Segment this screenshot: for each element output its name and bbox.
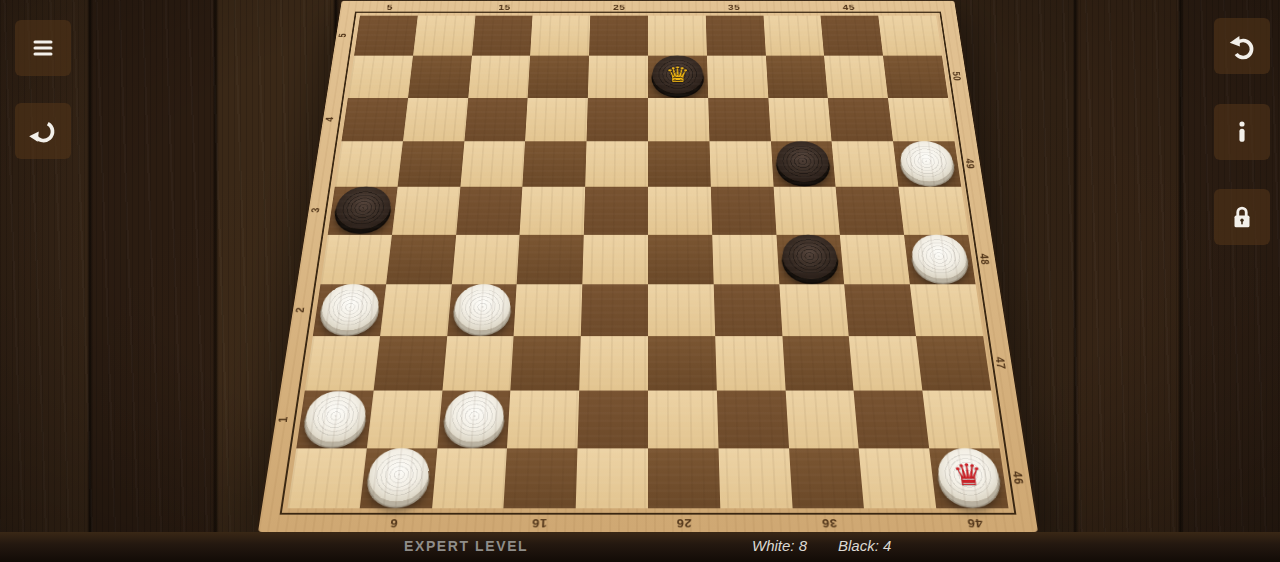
square-light	[507, 391, 579, 448]
square-41[interactable]	[854, 391, 929, 448]
square-light	[768, 98, 832, 142]
coordinate-label-left-5: 5	[336, 33, 349, 38]
piece-white-man-sq12[interactable]	[453, 284, 512, 331]
square-19[interactable]	[523, 141, 587, 187]
square-37[interactable]	[782, 336, 854, 391]
square-43[interactable]	[836, 187, 904, 235]
coordinate-label-right-49: 49	[963, 159, 977, 169]
piece-black-man-sq3[interactable]	[334, 187, 393, 229]
square-26[interactable]	[648, 448, 720, 508]
menu-button[interactable]	[15, 20, 71, 76]
square-light	[442, 336, 514, 391]
square-light	[413, 16, 475, 56]
menu-icon	[27, 32, 59, 64]
lock-button[interactable]	[1214, 189, 1270, 245]
square-38[interactable]	[776, 234, 844, 284]
square-5[interactable]	[354, 16, 418, 56]
square-9[interactable]	[397, 141, 464, 187]
square-light	[923, 391, 1000, 448]
square-light	[320, 234, 391, 284]
board-frame: 515253545 616263646 54321 5049484746 ♛♛	[258, 1, 1038, 532]
square-12[interactable]	[447, 284, 517, 336]
coordinate-label-top-25: 25	[613, 3, 625, 12]
square-light	[899, 187, 969, 235]
square-18[interactable]	[517, 234, 584, 284]
square-light	[832, 141, 899, 187]
square-32[interactable]	[714, 284, 783, 336]
square-45[interactable]	[821, 16, 883, 56]
square-39[interactable]	[771, 141, 836, 187]
square-light	[878, 16, 942, 56]
square-24[interactable]	[587, 98, 648, 142]
square-light	[403, 98, 468, 142]
square-light	[432, 448, 508, 508]
square-35[interactable]	[706, 16, 766, 56]
square-50[interactable]	[883, 56, 948, 98]
square-light	[859, 448, 936, 508]
coordinate-label-bottom-26: 26	[676, 516, 692, 530]
square-light	[648, 284, 715, 336]
square-light	[785, 391, 859, 448]
piece-black-man-sq38[interactable]	[781, 234, 839, 278]
coordinate-labels-top: 515253545	[360, 2, 936, 13]
square-31[interactable]	[717, 391, 789, 448]
coordinate-label-top-15: 15	[498, 3, 511, 12]
square-27[interactable]	[648, 336, 717, 391]
square-light	[305, 336, 380, 391]
status-bar: EXPERT LEVEL White: 8 Black: 4	[0, 532, 1280, 562]
difficulty-level-label: EXPERT LEVEL	[404, 538, 528, 554]
square-light	[579, 336, 648, 391]
square-48[interactable]	[904, 234, 975, 284]
square-17[interactable]	[511, 336, 581, 391]
square-light	[287, 448, 366, 508]
square-6[interactable]	[360, 448, 437, 508]
square-49[interactable]	[893, 141, 961, 187]
board: ♛♛	[287, 16, 1008, 509]
square-21[interactable]	[578, 391, 648, 448]
square-light	[367, 391, 442, 448]
square-light	[380, 284, 452, 336]
gold-crown-icon: ♛	[653, 56, 703, 93]
square-20[interactable]	[528, 56, 589, 98]
square-light	[348, 56, 413, 98]
square-light	[392, 187, 460, 235]
info-icon	[1227, 115, 1257, 149]
piece-white-man-sq49[interactable]	[898, 141, 955, 182]
square-light	[910, 284, 983, 336]
square-2[interactable]	[313, 284, 386, 336]
square-light	[648, 16, 707, 56]
square-light	[707, 56, 768, 98]
square-light	[520, 187, 585, 235]
undo-button[interactable]	[1214, 18, 1270, 74]
coordinate-label-right-47: 47	[993, 357, 1009, 369]
white-score: White: 8	[752, 537, 807, 554]
square-8[interactable]	[386, 234, 456, 284]
coordinate-label-bottom-6: 6	[390, 516, 399, 530]
square-36[interactable]	[789, 448, 865, 508]
square-light	[451, 234, 519, 284]
square-16[interactable]	[504, 448, 578, 508]
coordinate-labels-bottom: 616263646	[284, 512, 1011, 530]
square-28[interactable]	[648, 234, 714, 284]
square-light	[468, 56, 530, 98]
square-light	[849, 336, 922, 391]
square-light	[648, 98, 709, 142]
square-light	[779, 284, 849, 336]
coordinate-label-right-46: 46	[1010, 471, 1027, 485]
coordinate-label-right-50: 50	[950, 72, 964, 81]
square-light	[525, 98, 588, 142]
square-light	[709, 141, 773, 187]
square-light	[773, 187, 840, 235]
coordinate-label-top-5: 5	[386, 3, 393, 12]
red-crown-icon: ♛	[935, 448, 1002, 502]
coordinate-label-left-2: 2	[293, 307, 308, 313]
square-light	[585, 141, 648, 187]
coordinate-label-top-35: 35	[728, 3, 741, 12]
square-light	[648, 187, 712, 235]
square-light	[582, 234, 648, 284]
square-light	[715, 336, 785, 391]
square-23[interactable]	[584, 187, 648, 235]
square-7[interactable]	[373, 336, 446, 391]
square-34[interactable]	[708, 98, 771, 142]
square-light	[530, 16, 590, 56]
square-light	[718, 448, 792, 508]
piece-white-man-sq6[interactable]	[366, 448, 431, 502]
square-44[interactable]	[828, 98, 893, 142]
piece-white-king-sq46[interactable]: ♛	[935, 448, 1002, 502]
square-33[interactable]	[711, 187, 776, 235]
square-46[interactable]: ♛	[929, 448, 1008, 508]
piece-white-man-sq1[interactable]	[303, 391, 368, 442]
coordinate-label-left-4: 4	[323, 117, 336, 122]
coordinate-label-right-48: 48	[977, 253, 992, 264]
square-3[interactable]	[328, 187, 398, 235]
square-light	[824, 56, 888, 98]
coordinate-label-bottom-16: 16	[531, 516, 547, 530]
piece-white-man-sq48[interactable]	[909, 234, 969, 278]
square-light	[888, 98, 954, 142]
square-10[interactable]	[408, 56, 472, 98]
square-30[interactable]: ♛	[648, 56, 708, 98]
square-29[interactable]	[648, 141, 711, 187]
coordinate-label-bottom-46: 46	[966, 516, 983, 530]
piece-black-king-sq30[interactable]: ♛	[653, 56, 703, 93]
coordinate-label-left-1: 1	[276, 416, 291, 422]
square-light	[840, 234, 910, 284]
square-light	[763, 16, 824, 56]
square-13[interactable]	[456, 187, 523, 235]
square-light	[576, 448, 648, 508]
square-11[interactable]	[437, 391, 511, 448]
piece-white-man-sq2[interactable]	[319, 284, 381, 331]
coordinate-label-bottom-36: 36	[821, 516, 837, 530]
restart-button[interactable]	[15, 103, 71, 159]
restart-icon	[26, 114, 60, 148]
info-button[interactable]	[1214, 104, 1270, 160]
square-light	[648, 391, 718, 448]
piece-white-man-sq11[interactable]	[443, 391, 505, 442]
square-14[interactable]	[464, 98, 528, 142]
square-42[interactable]	[845, 284, 917, 336]
square-1[interactable]	[296, 391, 373, 448]
black-score: Black: 4	[838, 537, 891, 554]
square-25[interactable]	[589, 16, 648, 56]
undo-icon	[1225, 29, 1259, 63]
square-light	[712, 234, 779, 284]
square-15[interactable]	[472, 16, 533, 56]
square-22[interactable]	[581, 284, 648, 336]
square-4[interactable]	[341, 98, 407, 142]
lock-icon	[1227, 200, 1257, 234]
square-light	[514, 284, 583, 336]
square-light	[460, 141, 525, 187]
square-47[interactable]	[916, 336, 991, 391]
square-40[interactable]	[766, 56, 828, 98]
square-light	[335, 141, 403, 187]
game-scene: 515253545 616263646 54321 5049484746 ♛♛	[0, 0, 1280, 562]
coordinate-label-left-3: 3	[309, 208, 323, 213]
piece-black-man-sq39[interactable]	[775, 141, 830, 182]
square-light	[588, 56, 648, 98]
coordinate-label-top-45: 45	[842, 3, 855, 12]
board-3d-wrapper: 515253545 616263646 54321 5049484746 ♛♛	[258, 1, 1038, 532]
